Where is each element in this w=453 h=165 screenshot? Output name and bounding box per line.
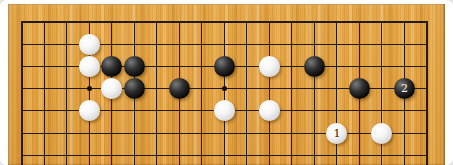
grid-vertical-line	[21, 21, 23, 165]
grid-vertical-line	[201, 21, 202, 165]
white-stone-e16[interactable]	[101, 78, 122, 99]
move-number-label: 2	[401, 83, 408, 94]
grid-vertical-line	[66, 21, 67, 165]
black-stone-e17[interactable]	[101, 56, 122, 77]
white-stone-d15[interactable]	[79, 100, 100, 121]
black-stone-f16[interactable]	[124, 78, 145, 99]
white-stone-r14[interactable]	[371, 123, 392, 144]
star-point-k16	[222, 86, 227, 91]
move-number-label: 1	[333, 128, 340, 139]
go-board[interactable]: 21	[8, 4, 445, 165]
white-stone-d17[interactable]	[79, 56, 100, 77]
grid-horizontal-line	[21, 155, 429, 156]
grid-vertical-line	[156, 21, 157, 165]
grid-horizontal-line	[21, 133, 429, 134]
grid-horizontal-line	[21, 21, 429, 23]
grid-vertical-line	[291, 21, 292, 165]
grid-vertical-line	[269, 21, 270, 165]
grid-vertical-line	[314, 21, 315, 165]
black-stone-h16[interactable]	[169, 78, 190, 99]
black-stone-q16[interactable]	[349, 78, 370, 99]
white-stone-d18[interactable]	[79, 34, 100, 55]
grid-vertical-line	[246, 21, 247, 165]
black-stone-o17[interactable]	[304, 56, 325, 77]
star-point-d16	[87, 86, 92, 91]
grid-vertical-line	[426, 21, 428, 165]
black-stone-f17[interactable]	[124, 56, 145, 77]
white-stone-m15[interactable]	[259, 100, 280, 121]
black-stone-s16[interactable]: 2	[394, 78, 415, 99]
grid-vertical-line	[224, 21, 225, 165]
go-diagram: 21	[0, 0, 453, 165]
grid-vertical-line	[44, 21, 45, 165]
white-stone-k15[interactable]	[214, 100, 235, 121]
black-stone-k17[interactable]	[214, 56, 235, 77]
white-stone-m17[interactable]	[259, 56, 280, 77]
white-stone-p14[interactable]: 1	[326, 123, 347, 144]
